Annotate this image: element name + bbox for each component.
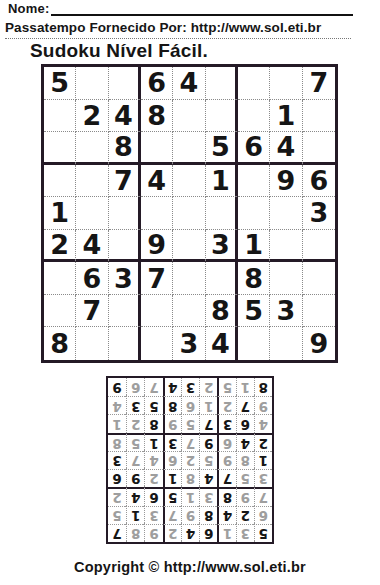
puzzle-cell-r8c9[interactable] (303, 295, 335, 328)
puzzle-cell-r9c3[interactable] (109, 327, 141, 360)
solution-cell-r3c5: 1 (181, 487, 199, 505)
solution-cell-r7c6: 9 (163, 414, 181, 432)
puzzle-cell-r1c9[interactable]: 7 (303, 67, 335, 100)
solution-cell-r2c4: 8 (199, 506, 217, 524)
solution-cell-r6c8: 5 (126, 433, 144, 451)
solution-cell-r5c7: 4 (144, 451, 162, 469)
puzzle-cell-r4c7[interactable] (238, 165, 270, 198)
puzzle-cell-r6c9[interactable] (303, 230, 335, 263)
puzzle-cell-r5c9[interactable]: 3 (303, 197, 335, 230)
solution-cell-r5c8: 7 (126, 451, 144, 469)
puzzle-cell-r7c3[interactable]: 3 (109, 262, 141, 295)
puzzle-cell-r2c8[interactable]: 1 (270, 100, 302, 133)
puzzle-cell-r8c6[interactable]: 8 (206, 295, 238, 328)
solution-cell-r9c3: 5 (217, 378, 235, 396)
solution-cell-r2c7: 3 (144, 506, 162, 524)
solution-cell-r8c9: 4 (108, 396, 126, 414)
solution-cell-r4c2: 5 (236, 469, 254, 487)
puzzle-cell-r9c8[interactable] (270, 327, 302, 360)
puzzle-cell-r2c6[interactable] (206, 100, 238, 133)
puzzle-cell-r7c9[interactable] (303, 262, 335, 295)
solution-cell-r5c3: 9 (217, 451, 235, 469)
solution-cell-r7c1: 4 (254, 414, 272, 432)
solution-cell-r9c8: 6 (126, 378, 144, 396)
solution-cell-r2c2: 2 (236, 506, 254, 524)
puzzle-cell-r5c3[interactable] (109, 197, 141, 230)
puzzle-cell-r1c7[interactable] (238, 67, 270, 100)
solution-cell-r8c5: 6 (181, 396, 199, 414)
puzzle-cell-r6c2[interactable]: 4 (76, 230, 108, 263)
puzzle-cell-r9c4[interactable] (141, 327, 173, 360)
solution-cell-r5c2: 8 (236, 451, 254, 469)
solution-cell-r3c1: 7 (254, 487, 272, 505)
puzzle-cell-r7c8[interactable] (270, 262, 302, 295)
puzzle-cell-r9c5[interactable]: 3 (173, 327, 205, 360)
puzzle-cell-r5c7[interactable] (238, 197, 270, 230)
solution-cell-r2c9: 5 (108, 506, 126, 524)
solution-cell-r4c9: 6 (108, 469, 126, 487)
solution-cell-r2c8: 1 (126, 506, 144, 524)
name-row: Nome: (8, 1, 353, 16)
puzzle-cell-r1c8[interactable] (270, 67, 302, 100)
solution-cell-r8c8: 3 (126, 396, 144, 414)
puzzle-cell-r4c5[interactable] (173, 165, 205, 198)
puzzle-cell-r3c4[interactable] (141, 132, 173, 165)
puzzle-cell-r7c2[interactable]: 6 (76, 262, 108, 295)
solution-cell-r4c4: 4 (199, 469, 217, 487)
puzzle-cell-r8c3[interactable] (109, 295, 141, 328)
solution-cell-r6c2: 4 (236, 433, 254, 451)
solution-cell-r7c9: 1 (108, 414, 126, 432)
solution-cell-r3c2: 9 (236, 487, 254, 505)
solution-cell-r5c9: 3 (108, 451, 126, 469)
solution-cell-r7c2: 6 (236, 414, 254, 432)
puzzle-cell-r3c3[interactable]: 8 (109, 132, 141, 165)
solution-cell-r1c9: 7 (108, 524, 126, 542)
solution-cell-r6c1: 2 (254, 433, 272, 451)
solution-cell-r1c7: 9 (144, 524, 162, 542)
solution-cell-r1c3: 1 (217, 524, 235, 542)
solution-cell-r7c5: 5 (181, 414, 199, 432)
solution-cell-r4c7: 2 (144, 469, 162, 487)
puzzle-cell-r6c4[interactable]: 9 (141, 230, 173, 263)
solution-cell-r8c4: 1 (199, 396, 217, 414)
solution-cell-r1c8: 8 (126, 524, 144, 542)
solution-cell-r1c6: 2 (163, 524, 181, 542)
solution-cell-r1c5: 4 (181, 524, 199, 542)
puzzle-cell-r3c2[interactable] (76, 132, 108, 165)
puzzle-cell-r6c6[interactable]: 3 (206, 230, 238, 263)
puzzle-cell-r8c5[interactable] (173, 295, 205, 328)
puzzle-cell-r2c3[interactable]: 4 (109, 100, 141, 133)
puzzle-cell-r9c7[interactable] (238, 327, 270, 360)
solution-cell-r3c3: 8 (217, 487, 235, 505)
name-blank-line[interactable] (51, 2, 353, 16)
solution-cell-r4c6: 1 (163, 469, 181, 487)
puzzle-cell-r5c1[interactable]: 1 (44, 197, 76, 230)
puzzle-cell-r3c7[interactable]: 6 (238, 132, 270, 165)
puzzle-cell-r3c5[interactable] (173, 132, 205, 165)
solution-cell-r5c1: 1 (254, 451, 272, 469)
solution-cell-r8c6: 8 (163, 396, 181, 414)
puzzle-cell-r8c4[interactable] (141, 295, 173, 328)
solution-cell-r7c3: 3 (217, 414, 235, 432)
puzzle-cell-r7c1[interactable] (44, 262, 76, 295)
puzzle-cell-r1c1[interactable]: 5 (44, 67, 76, 100)
solution-cell-r9c2: 1 (236, 378, 254, 396)
solution-cell-r5c6: 6 (163, 451, 181, 469)
solution-cell-r7c8: 2 (126, 414, 144, 432)
solution-cell-r1c4: 6 (199, 524, 217, 542)
puzzle-cell-r2c5[interactable] (173, 100, 205, 133)
solution-cell-r9c4: 2 (199, 378, 217, 396)
solution-cell-r4c3: 7 (217, 469, 235, 487)
solution-cell-r4c1: 3 (254, 469, 272, 487)
solution-cell-r6c5: 7 (181, 433, 199, 451)
puzzle-cell-r8c8[interactable]: 3 (270, 295, 302, 328)
solution-cell-r4c5: 8 (181, 469, 199, 487)
solution-cell-r9c7: 7 (144, 378, 162, 396)
puzzle-cell-r8c1[interactable] (44, 295, 76, 328)
solution-cell-r6c9: 8 (108, 433, 126, 451)
puzzle-cell-r4c8[interactable]: 9 (270, 165, 302, 198)
solution-cell-r8c7: 5 (144, 396, 162, 414)
puzzle-cell-r8c7[interactable]: 5 (238, 295, 270, 328)
puzzle-cell-r9c9[interactable]: 9 (303, 327, 335, 360)
puzzle-cell-r1c4[interactable]: 6 (141, 67, 173, 100)
solution-cell-r7c7: 8 (144, 414, 162, 432)
puzzle-cell-r5c6[interactable] (206, 197, 238, 230)
solution-cell-r3c9: 2 (108, 487, 126, 505)
puzzle-cell-r6c5[interactable] (173, 230, 205, 263)
puzzle-cell-r6c1[interactable]: 2 (44, 230, 76, 263)
puzzle-cell-r7c4[interactable]: 7 (141, 262, 173, 295)
puzzle-cell-r3c1[interactable] (44, 132, 76, 165)
puzzle-cell-r3c9[interactable] (303, 132, 335, 165)
puzzle-cell-r2c4[interactable]: 8 (141, 100, 173, 133)
name-label: Nome: (8, 1, 49, 16)
solution-cell-r4c8: 9 (126, 469, 144, 487)
solution-cell-r7c4: 7 (199, 414, 217, 432)
puzzle-cell-r5c2[interactable] (76, 197, 108, 230)
puzzle-cell-r2c2[interactable]: 2 (76, 100, 108, 133)
sudoku-page: Nome: Passatempo Fornecido Por: http://w… (0, 0, 380, 585)
solution-cell-r8c2: 7 (236, 396, 254, 414)
puzzle-cell-r3c8[interactable]: 4 (270, 132, 302, 165)
puzzle-cell-r2c7[interactable] (238, 100, 270, 133)
puzzle-cell-r5c5[interactable] (173, 197, 205, 230)
puzzle-cell-r4c4[interactable]: 4 (141, 165, 173, 198)
puzzle-cell-r4c9[interactable]: 6 (303, 165, 335, 198)
solution-cell-r6c7: 1 (144, 433, 162, 451)
solution-cell-r3c8: 4 (126, 487, 144, 505)
puzzle-cell-r5c4[interactable] (141, 197, 173, 230)
puzzle-cell-r3c6[interactable]: 5 (206, 132, 238, 165)
puzzle-cell-r9c2[interactable] (76, 327, 108, 360)
solution-cell-r2c3: 4 (217, 506, 235, 524)
puzzle-cell-r9c6[interactable]: 4 (206, 327, 238, 360)
puzzle-cell-r8c2[interactable]: 7 (76, 295, 108, 328)
solution-cell-r9c6: 4 (163, 378, 181, 396)
puzzle-cell-r4c3[interactable]: 7 (109, 165, 141, 198)
puzzle-cell-r4c6[interactable]: 1 (206, 165, 238, 198)
puzzle-cell-r6c3[interactable] (109, 230, 141, 263)
solution-cell-r8c3: 2 (217, 396, 235, 414)
puzzle-cell-r6c8[interactable] (270, 230, 302, 263)
puzzle-cell-r2c1[interactable] (44, 100, 76, 133)
solution-grid-rotated: 5316429876248973157983156423574812961895… (106, 376, 274, 544)
solution-cell-r6c6: 3 (163, 433, 181, 451)
puzzle-cell-r1c3[interactable] (109, 67, 141, 100)
solution-cell-r3c7: 6 (144, 487, 162, 505)
solution-cell-r2c5: 9 (181, 506, 199, 524)
solution-cell-r2c1: 6 (254, 506, 272, 524)
solution-cell-r5c4: 5 (199, 451, 217, 469)
solution-cell-r8c1: 9 (254, 396, 272, 414)
solution-cell-r9c5: 3 (181, 378, 199, 396)
solution-cell-r1c1: 5 (254, 524, 272, 542)
puzzle-cell-r7c6[interactable] (206, 262, 238, 295)
solution-cell-r3c6: 5 (163, 487, 181, 505)
puzzle-cell-r7c7[interactable]: 8 (238, 262, 270, 295)
puzzle-cell-r1c5[interactable]: 4 (173, 67, 205, 100)
puzzle-cell-r7c5[interactable] (173, 262, 205, 295)
puzzle-cell-r4c2[interactable] (76, 165, 108, 198)
provided-by-text: Passatempo Fornecido Por: http://www.sol… (5, 20, 351, 39)
puzzle-grid: 564724818564741961324931637878538349 (41, 64, 338, 363)
page-title: Sudoku Nível Fácil. (30, 40, 208, 62)
puzzle-cell-r1c2[interactable] (76, 67, 108, 100)
solution-cell-r9c9: 9 (108, 378, 126, 396)
puzzle-cell-r2c9[interactable] (303, 100, 335, 133)
puzzle-cell-r4c1[interactable] (44, 165, 76, 198)
solution-cell-r3c4: 3 (199, 487, 217, 505)
solution-cell-r6c3: 6 (217, 433, 235, 451)
puzzle-cell-r6c7[interactable]: 1 (238, 230, 270, 263)
puzzle-cell-r5c8[interactable] (270, 197, 302, 230)
solution-cell-r6c4: 9 (199, 433, 217, 451)
solution-cell-r1c2: 3 (236, 524, 254, 542)
solution-cell-r9c1: 8 (254, 378, 272, 396)
copyright-text: Copyright © http://www.sol.eti.br (0, 559, 380, 575)
solution-cell-r2c6: 7 (163, 506, 181, 524)
puzzle-cell-r9c1[interactable]: 8 (44, 327, 76, 360)
solution-cell-r5c5: 2 (181, 451, 199, 469)
puzzle-cell-r1c6[interactable] (206, 67, 238, 100)
